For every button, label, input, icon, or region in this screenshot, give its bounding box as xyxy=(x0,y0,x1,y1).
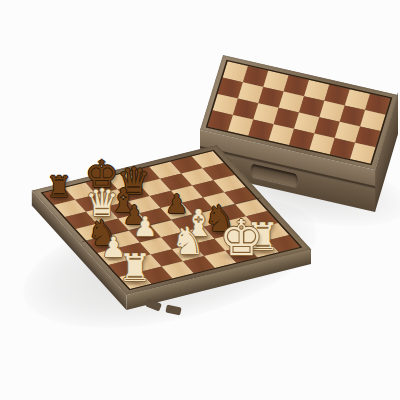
chess-set-product-photo: ♚♛♜♝♟♛♟♞♟♝♞♜♞♚♟♜ xyxy=(0,0,400,400)
board-foot xyxy=(165,305,181,316)
box-square xyxy=(350,143,375,164)
